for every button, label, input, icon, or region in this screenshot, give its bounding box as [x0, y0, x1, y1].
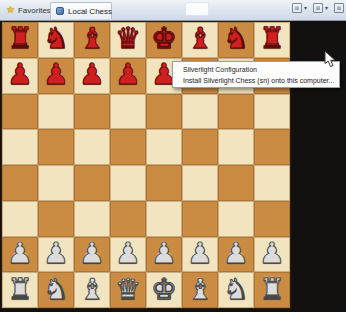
square-d7[interactable]: ♟ — [110, 58, 146, 94]
tab-local-chess[interactable]: Local Chess — [50, 2, 112, 19]
black-pawn[interactable]: ♟ — [115, 60, 141, 89]
square-g4[interactable] — [218, 165, 254, 201]
square-a3[interactable] — [2, 201, 38, 237]
white-queen[interactable]: ♛ — [115, 275, 141, 304]
square-a1[interactable]: ♜ — [2, 272, 38, 308]
square-c4[interactable] — [74, 165, 110, 201]
page-icon[interactable] — [292, 3, 302, 13]
menu-item-install-app[interactable]: Install Silverlight Chess (sn) onto this… — [173, 75, 339, 86]
white-pawn[interactable]: ♟ — [79, 239, 105, 268]
square-h3[interactable] — [254, 201, 290, 237]
clipped-icon[interactable] — [334, 3, 344, 13]
white-rook[interactable]: ♜ — [259, 275, 285, 304]
square-b2[interactable]: ♟ — [38, 237, 74, 273]
favorites-toolbar: ★ Favorites Local Chess ▾ ▾ — [0, 0, 346, 21]
square-d2[interactable]: ♟ — [110, 237, 146, 273]
square-e6[interactable] — [146, 94, 182, 130]
square-h1[interactable]: ♜ — [254, 272, 290, 308]
square-g1[interactable]: ♞ — [218, 272, 254, 308]
square-f3[interactable] — [182, 201, 218, 237]
square-e8[interactable]: ♚ — [146, 22, 182, 58]
square-b7[interactable]: ♟ — [38, 58, 74, 94]
square-h8[interactable]: ♜ — [254, 22, 290, 58]
square-a2[interactable]: ♟ — [2, 237, 38, 273]
square-c1[interactable]: ♝ — [74, 272, 110, 308]
browser-window: ★ Favorites Local Chess ▾ ▾ ♜♞♝♛♚♝♞♜♟♟♟♟… — [0, 0, 346, 312]
favorites-button[interactable]: ★ Favorites — [6, 3, 51, 17]
square-f2[interactable]: ♟ — [182, 237, 218, 273]
tab-label: Local Chess — [68, 7, 112, 16]
square-f6[interactable] — [182, 94, 218, 130]
black-pawn[interactable]: ♟ — [79, 60, 105, 89]
square-e4[interactable] — [146, 165, 182, 201]
square-e5[interactable] — [146, 129, 182, 165]
black-bishop[interactable]: ♝ — [79, 24, 105, 53]
square-a8[interactable]: ♜ — [2, 22, 38, 58]
square-c7[interactable]: ♟ — [74, 58, 110, 94]
white-pawn[interactable]: ♟ — [259, 239, 285, 268]
black-knight[interactable]: ♞ — [43, 24, 69, 53]
square-a7[interactable]: ♟ — [2, 58, 38, 94]
square-g3[interactable] — [218, 201, 254, 237]
toolbar-highlight-box — [185, 2, 209, 16]
black-pawn[interactable]: ♟ — [43, 60, 69, 89]
white-pawn[interactable]: ♟ — [187, 239, 213, 268]
square-b8[interactable]: ♞ — [38, 22, 74, 58]
square-d4[interactable] — [110, 165, 146, 201]
square-b3[interactable] — [38, 201, 74, 237]
square-g8[interactable]: ♞ — [218, 22, 254, 58]
black-queen[interactable]: ♛ — [115, 24, 141, 53]
favorites-star-icon: ★ — [6, 5, 15, 15]
square-f8[interactable]: ♝ — [182, 22, 218, 58]
white-pawn[interactable]: ♟ — [115, 239, 141, 268]
black-pawn[interactable]: ♟ — [7, 60, 33, 89]
black-bishop[interactable]: ♝ — [187, 24, 213, 53]
toolbar-buttons: ▾ ▾ — [292, 3, 344, 13]
square-g6[interactable] — [218, 94, 254, 130]
page-dropdown-icon[interactable]: ▾ — [304, 5, 307, 11]
black-knight[interactable]: ♞ — [223, 24, 249, 53]
square-h5[interactable] — [254, 129, 290, 165]
white-bishop[interactable]: ♝ — [187, 275, 213, 304]
menu-item-silverlight-configuration[interactable]: Silverlight Configuration — [173, 64, 339, 75]
square-b1[interactable]: ♞ — [38, 272, 74, 308]
white-knight[interactable]: ♞ — [43, 275, 69, 304]
square-f1[interactable]: ♝ — [182, 272, 218, 308]
square-a6[interactable] — [2, 94, 38, 130]
black-rook[interactable]: ♜ — [7, 24, 33, 53]
black-king[interactable]: ♚ — [151, 24, 177, 53]
favorites-label: Favorites — [18, 6, 51, 15]
square-d6[interactable] — [110, 94, 146, 130]
white-pawn[interactable]: ♟ — [43, 239, 69, 268]
white-bishop[interactable]: ♝ — [79, 275, 105, 304]
square-h2[interactable]: ♟ — [254, 237, 290, 273]
square-d5[interactable] — [110, 129, 146, 165]
square-f5[interactable] — [182, 129, 218, 165]
square-b4[interactable] — [38, 165, 74, 201]
square-f4[interactable] — [182, 165, 218, 201]
square-c3[interactable] — [74, 201, 110, 237]
square-b5[interactable] — [38, 129, 74, 165]
black-rook[interactable]: ♜ — [259, 24, 285, 53]
mouse-cursor-icon — [324, 51, 337, 72]
favicon-icon — [56, 7, 64, 15]
white-king[interactable]: ♚ — [151, 275, 177, 304]
white-pawn[interactable]: ♟ — [223, 239, 249, 268]
square-e2[interactable]: ♟ — [146, 237, 182, 273]
silverlight-context-menu: Silverlight Configuration Install Silver… — [172, 61, 340, 88]
white-pawn[interactable]: ♟ — [151, 239, 177, 268]
square-h4[interactable] — [254, 165, 290, 201]
tools-icon[interactable] — [313, 3, 323, 13]
square-c2[interactable]: ♟ — [74, 237, 110, 273]
square-e1[interactable]: ♚ — [146, 272, 182, 308]
tools-dropdown-icon[interactable]: ▾ — [325, 5, 328, 11]
white-knight[interactable]: ♞ — [223, 275, 249, 304]
square-d1[interactable]: ♛ — [110, 272, 146, 308]
square-g5[interactable] — [218, 129, 254, 165]
square-c8[interactable]: ♝ — [74, 22, 110, 58]
square-d3[interactable] — [110, 201, 146, 237]
square-a5[interactable] — [2, 129, 38, 165]
white-rook[interactable]: ♜ — [7, 275, 33, 304]
square-a4[interactable] — [2, 165, 38, 201]
square-b6[interactable] — [38, 94, 74, 130]
square-h6[interactable] — [254, 94, 290, 130]
square-d8[interactable]: ♛ — [110, 22, 146, 58]
square-e3[interactable] — [146, 201, 182, 237]
square-g2[interactable]: ♟ — [218, 237, 254, 273]
square-c5[interactable] — [74, 129, 110, 165]
square-c6[interactable] — [74, 94, 110, 130]
white-pawn[interactable]: ♟ — [7, 239, 33, 268]
